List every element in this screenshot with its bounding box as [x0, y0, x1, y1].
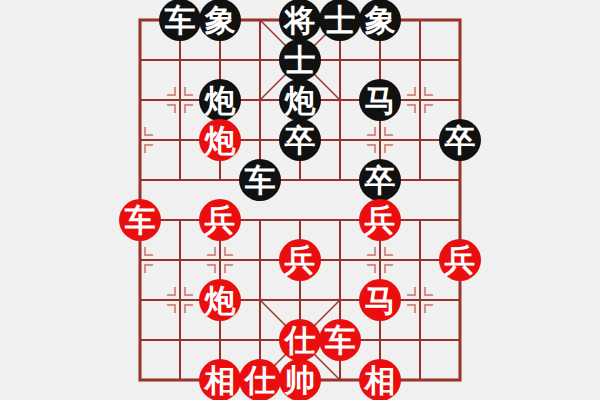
piece-red-cannon-c3[interactable]: 炮 — [199, 119, 241, 161]
piece-red-soldier-e6[interactable]: 兵 — [279, 239, 321, 281]
piece-black-elephant-c0[interactable]: 象 — [199, 0, 241, 41]
piece-black-advisor-f0[interactable]: 士 — [319, 0, 361, 41]
piece-black-soldier-g4[interactable]: 卒 — [359, 159, 401, 201]
piece-red-advisor-d9[interactable]: 仕 — [239, 359, 281, 400]
piece-red-general-e9[interactable]: 帅 — [279, 359, 321, 400]
piece-red-soldier-g5[interactable]: 兵 — [359, 199, 401, 241]
piece-black-chariot-b0[interactable]: 车 — [159, 0, 201, 41]
screenshot-background: 车象将士象士炮炮马卒卒车卒炮车兵兵兵兵炮马仕车相仕帅相 — [0, 0, 600, 400]
piece-black-soldier-e3[interactable]: 卒 — [279, 119, 321, 161]
piece-red-soldier-i6[interactable]: 兵 — [439, 239, 481, 281]
xiangqi-board: 车象将士象士炮炮马卒卒车卒炮车兵兵兵兵炮马仕车相仕帅相 — [120, 0, 480, 400]
piece-red-cannon-c7[interactable]: 炮 — [199, 279, 241, 321]
piece-red-elephant-c9[interactable]: 相 — [199, 359, 241, 400]
piece-red-horse-g7[interactable]: 马 — [359, 279, 401, 321]
piece-black-cannon-e2[interactable]: 炮 — [279, 79, 321, 121]
piece-black-advisor-e1[interactable]: 士 — [279, 39, 321, 81]
piece-black-general-e0[interactable]: 将 — [279, 0, 321, 41]
piece-black-elephant-g0[interactable]: 象 — [359, 0, 401, 41]
piece-red-advisor-e8[interactable]: 仕 — [279, 319, 321, 361]
piece-red-chariot-a5[interactable]: 车 — [119, 199, 161, 241]
piece-red-chariot-f8[interactable]: 车 — [319, 319, 361, 361]
piece-black-soldier-i3[interactable]: 卒 — [439, 119, 481, 161]
piece-black-cannon-c2[interactable]: 炮 — [199, 79, 241, 121]
piece-black-chariot-d4[interactable]: 车 — [239, 159, 281, 201]
piece-red-elephant-g9[interactable]: 相 — [359, 359, 401, 400]
piece-black-horse-g2[interactable]: 马 — [359, 79, 401, 121]
piece-red-soldier-c5[interactable]: 兵 — [199, 199, 241, 241]
